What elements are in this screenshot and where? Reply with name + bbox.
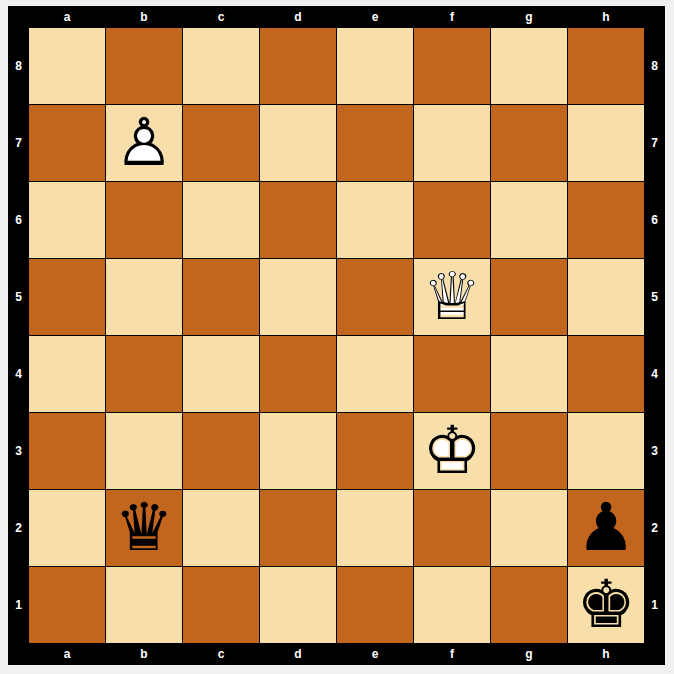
square-b1[interactable] [106,567,182,643]
square-c4[interactable] [183,336,259,412]
file-label-bottom-b: b [106,648,182,660]
square-d6[interactable] [260,182,336,258]
white-queen-fill: ♛ [414,259,490,335]
rank-label-right-7: 7 [644,137,665,149]
square-e7[interactable] [337,105,413,181]
file-label-top-f: f [414,11,490,23]
square-d8[interactable] [260,28,336,104]
square-g1[interactable] [491,567,567,643]
square-b7[interactable]: ♟♙ [106,105,182,181]
board-frame: abcdefgh 87654321 ♟♙♛♕♚♔♛♟♚ 87654321 abc… [8,6,665,665]
black-pawn-piece: ♟ [568,490,644,566]
square-a6[interactable] [29,182,105,258]
square-e6[interactable] [337,182,413,258]
square-g2[interactable] [491,490,567,566]
square-b3[interactable] [106,413,182,489]
rank-label-right-4: 4 [644,368,665,380]
square-a3[interactable] [29,413,105,489]
square-a8[interactable] [29,28,105,104]
square-c8[interactable] [183,28,259,104]
square-a5[interactable] [29,259,105,335]
white-king-fill: ♚ [414,413,490,489]
square-h7[interactable] [568,105,644,181]
square-e5[interactable] [337,259,413,335]
rank-label-right-5: 5 [644,291,665,303]
file-label-bottom-d: d [260,648,336,660]
file-label-top-b: b [106,11,182,23]
file-label-top-a: a [29,11,105,23]
rank-labels-right: 87654321 [644,28,665,643]
square-g6[interactable] [491,182,567,258]
square-f2[interactable] [414,490,490,566]
rank-label-right-8: 8 [644,60,665,72]
square-h2[interactable]: ♟ [568,490,644,566]
square-a7[interactable] [29,105,105,181]
square-d4[interactable] [260,336,336,412]
square-e3[interactable] [337,413,413,489]
square-g8[interactable] [491,28,567,104]
white-king-piece: ♚♔ [414,413,490,489]
rank-label-right-3: 3 [644,445,665,457]
frame-corner-top-left [8,6,29,28]
square-d5[interactable] [260,259,336,335]
file-label-bottom-h: h [568,648,644,660]
square-f5[interactable]: ♛♕ [414,259,490,335]
square-b8[interactable] [106,28,182,104]
file-label-bottom-c: c [183,648,259,660]
square-f6[interactable] [414,182,490,258]
file-label-top-h: h [568,11,644,23]
square-h8[interactable] [568,28,644,104]
square-f3[interactable]: ♚♔ [414,413,490,489]
white-queen-piece: ♛♕ [414,259,490,335]
file-label-top-g: g [491,11,567,23]
file-label-top-c: c [183,11,259,23]
file-label-top-d: d [260,11,336,23]
square-d3[interactable] [260,413,336,489]
square-b5[interactable] [106,259,182,335]
square-d7[interactable] [260,105,336,181]
square-a4[interactable] [29,336,105,412]
file-label-bottom-e: e [337,648,413,660]
rank-label-left-8: 8 [8,60,29,72]
rank-label-left-3: 3 [8,445,29,457]
rank-label-right-2: 2 [644,522,665,534]
black-queen-glyph: ♛ [106,490,182,566]
black-pawn-glyph: ♟ [568,490,644,566]
black-queen-piece: ♛ [106,490,182,566]
file-label-top-e: e [337,11,413,23]
frame-corner-bottom-left [8,643,29,665]
square-c7[interactable] [183,105,259,181]
square-e4[interactable] [337,336,413,412]
rank-label-left-5: 5 [8,291,29,303]
file-label-bottom-f: f [414,648,490,660]
black-king-piece: ♚ [568,567,644,643]
square-f7[interactable] [414,105,490,181]
square-f4[interactable] [414,336,490,412]
rank-label-right-6: 6 [644,214,665,226]
rank-labels-left: 87654321 [8,28,29,643]
square-d2[interactable] [260,490,336,566]
white-king-outline: ♔ [414,413,490,489]
square-f8[interactable] [414,28,490,104]
square-g7[interactable] [491,105,567,181]
rank-label-right-1: 1 [644,599,665,611]
square-d1[interactable] [260,567,336,643]
square-c5[interactable] [183,259,259,335]
square-g4[interactable] [491,336,567,412]
square-e8[interactable] [337,28,413,104]
square-c1[interactable] [183,567,259,643]
square-e2[interactable] [337,490,413,566]
rank-label-left-7: 7 [8,137,29,149]
file-labels-bottom: abcdefgh [29,643,644,665]
square-c6[interactable] [183,182,259,258]
square-g5[interactable] [491,259,567,335]
square-b6[interactable] [106,182,182,258]
square-b4[interactable] [106,336,182,412]
frame-corner-top-right [644,6,665,28]
chess-board: ♟♙♛♕♚♔♛♟♚ [29,28,644,643]
square-b2[interactable]: ♛ [106,490,182,566]
square-c3[interactable] [183,413,259,489]
square-h6[interactable] [568,182,644,258]
white-queen-outline: ♕ [414,259,490,335]
rank-label-left-1: 1 [8,599,29,611]
square-h3[interactable] [568,413,644,489]
black-king-glyph: ♚ [568,567,644,643]
rank-label-left-2: 2 [8,522,29,534]
square-g3[interactable] [491,413,567,489]
square-a1[interactable] [29,567,105,643]
square-c2[interactable] [183,490,259,566]
file-label-bottom-a: a [29,648,105,660]
square-h1[interactable]: ♚ [568,567,644,643]
rank-label-left-4: 4 [8,368,29,380]
white-pawn-piece: ♟♙ [106,105,182,181]
square-a2[interactable] [29,490,105,566]
square-h5[interactable] [568,259,644,335]
square-h4[interactable] [568,336,644,412]
square-e1[interactable] [337,567,413,643]
square-f1[interactable] [414,567,490,643]
frame-corner-bottom-right [644,643,665,665]
file-labels-top: abcdefgh [29,6,644,28]
rank-label-left-6: 6 [8,214,29,226]
white-pawn-fill: ♟ [106,105,182,181]
file-label-bottom-g: g [491,648,567,660]
white-pawn-outline: ♙ [106,105,182,181]
